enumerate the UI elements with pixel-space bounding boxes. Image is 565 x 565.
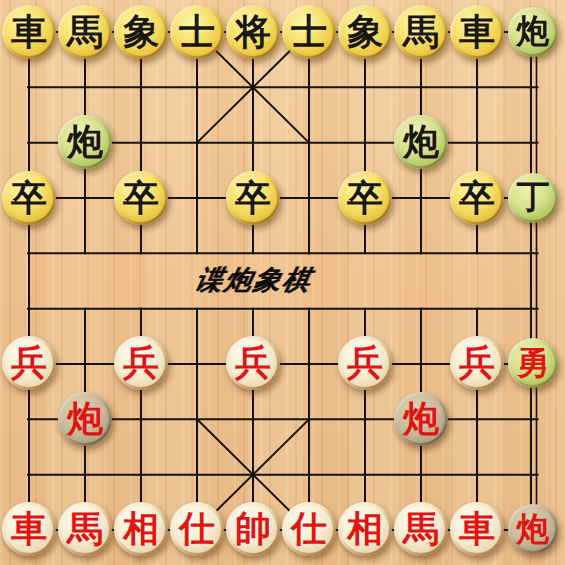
- piece-glyph: 馬: [67, 13, 103, 49]
- piece-face: 炮: [61, 395, 109, 443]
- piece-glyph: 象: [347, 13, 383, 49]
- piece-glyph: 兵: [459, 344, 495, 380]
- piece-glyph: 馬: [403, 13, 439, 49]
- piece-face: 仕: [173, 505, 221, 553]
- piece-glyph: 炮: [403, 400, 439, 436]
- piece-glyph: 卒: [347, 179, 383, 215]
- piece-glyph: 勇: [517, 346, 550, 379]
- piece-red-a10[interactable]: 車: [2, 502, 56, 556]
- piece-face: 卒: [341, 174, 389, 222]
- piece-black-c4[interactable]: 卒: [114, 171, 168, 225]
- piece-black-e1[interactable]: 将: [226, 5, 280, 59]
- piece-face: 兵: [5, 339, 53, 387]
- piece-glyph: 炮: [403, 123, 439, 159]
- piece-face: 卒: [453, 174, 501, 222]
- piece-face: 丁: [511, 176, 555, 220]
- piece-glyph: 相: [123, 510, 159, 546]
- piece-face: 馬: [61, 8, 109, 56]
- piece-face: 象: [341, 8, 389, 56]
- piece-face: 馬: [61, 505, 109, 553]
- piece-red-e10[interactable]: 帥: [226, 502, 280, 556]
- piece-black-h1[interactable]: 馬: [394, 5, 448, 59]
- piece-red-f10[interactable]: 仕: [282, 502, 336, 556]
- piece-face: 車: [453, 505, 501, 553]
- piece-face: 車: [453, 8, 501, 56]
- piece-face: 帥: [229, 505, 277, 553]
- piece-glyph: 車: [11, 13, 47, 49]
- piece-face: 相: [341, 505, 389, 553]
- piece-face: 勇: [511, 341, 555, 385]
- piece-black-e4[interactable]: 卒: [226, 171, 280, 225]
- piece-face: 象: [117, 8, 165, 56]
- piece-face: 炮: [397, 395, 445, 443]
- piece-black-d1[interactable]: 士: [170, 5, 224, 59]
- xiangqi-board: 谍炮象棋 車馬象士将士象馬車炮炮炮卒卒卒卒卒丁兵兵兵兵兵勇炮炮車馬相仕帥仕相馬車…: [0, 0, 565, 565]
- piece-glyph: 仕: [291, 510, 327, 546]
- piece-black-h3[interactable]: 炮: [394, 115, 448, 169]
- piece-glyph: 相: [347, 510, 383, 546]
- piece-black-j1[interactable]: 炮: [508, 7, 558, 57]
- piece-glyph: 炮: [67, 123, 103, 159]
- piece-glyph: 兵: [235, 344, 271, 380]
- piece-glyph: 兵: [123, 344, 159, 380]
- piece-glyph: 卒: [459, 179, 495, 215]
- piece-glyph: 馬: [403, 510, 439, 546]
- piece-red-a7[interactable]: 兵: [2, 336, 56, 390]
- piece-face: 馬: [397, 8, 445, 56]
- piece-glyph: 炮: [517, 512, 550, 545]
- piece-face: 兵: [341, 339, 389, 387]
- piece-black-j4[interactable]: 丁: [508, 173, 558, 223]
- piece-face: 車: [5, 505, 53, 553]
- piece-red-j10[interactable]: 炮: [508, 504, 558, 554]
- piece-red-b8[interactable]: 炮: [58, 392, 112, 446]
- piece-glyph: 炮: [517, 14, 550, 47]
- piece-glyph: 兵: [11, 344, 47, 380]
- piece-glyph: 将: [235, 13, 271, 49]
- piece-face: 炮: [397, 118, 445, 166]
- piece-red-h8[interactable]: 炮: [394, 392, 448, 446]
- board-grid[interactable]: 車馬象士将士象馬車炮炮炮卒卒卒卒卒丁兵兵兵兵兵勇炮炮車馬相仕帥仕相馬車炮: [1, 4, 561, 557]
- piece-black-c1[interactable]: 象: [114, 5, 168, 59]
- piece-glyph: 車: [459, 510, 495, 546]
- piece-face: 炮: [61, 118, 109, 166]
- piece-black-b3[interactable]: 炮: [58, 115, 112, 169]
- piece-black-i4[interactable]: 卒: [450, 171, 504, 225]
- piece-glyph: 士: [179, 13, 215, 49]
- piece-black-g1[interactable]: 象: [338, 5, 392, 59]
- piece-red-i10[interactable]: 車: [450, 502, 504, 556]
- piece-red-h10[interactable]: 馬: [394, 502, 448, 556]
- piece-face: 兵: [229, 339, 277, 387]
- piece-face: 兵: [117, 339, 165, 387]
- piece-face: 仕: [285, 505, 333, 553]
- piece-glyph: 車: [459, 13, 495, 49]
- piece-red-g7[interactable]: 兵: [338, 336, 392, 390]
- piece-face: 士: [285, 8, 333, 56]
- piece-red-i7[interactable]: 兵: [450, 336, 504, 390]
- piece-face: 兵: [453, 339, 501, 387]
- piece-black-g4[interactable]: 卒: [338, 171, 392, 225]
- piece-red-b10[interactable]: 馬: [58, 502, 112, 556]
- piece-face: 馬: [397, 505, 445, 553]
- piece-face: 卒: [229, 174, 277, 222]
- piece-red-e7[interactable]: 兵: [226, 336, 280, 390]
- piece-face: 炮: [511, 10, 555, 54]
- piece-glyph: 兵: [347, 344, 383, 380]
- piece-glyph: 象: [123, 13, 159, 49]
- piece-face: 士: [173, 8, 221, 56]
- piece-red-c7[interactable]: 兵: [114, 336, 168, 390]
- piece-glyph: 車: [11, 510, 47, 546]
- piece-face: 卒: [5, 174, 53, 222]
- piece-glyph: 仕: [179, 510, 215, 546]
- piece-glyph: 炮: [67, 400, 103, 436]
- piece-glyph: 帥: [235, 510, 271, 546]
- piece-black-b1[interactable]: 馬: [58, 5, 112, 59]
- piece-red-j7[interactable]: 勇: [508, 338, 558, 388]
- piece-glyph: 卒: [235, 179, 271, 215]
- piece-face: 車: [5, 8, 53, 56]
- piece-red-g10[interactable]: 相: [338, 502, 392, 556]
- piece-face: 将: [229, 8, 277, 56]
- piece-glyph: 士: [291, 13, 327, 49]
- piece-face: 卒: [117, 174, 165, 222]
- piece-face: 相: [117, 505, 165, 553]
- piece-black-a4[interactable]: 卒: [2, 171, 56, 225]
- piece-glyph: 丁: [517, 180, 550, 213]
- piece-glyph: 卒: [123, 179, 159, 215]
- piece-black-f1[interactable]: 士: [282, 5, 336, 59]
- piece-glyph: 卒: [11, 179, 47, 215]
- piece-red-c10[interactable]: 相: [114, 502, 168, 556]
- piece-glyph: 馬: [67, 510, 103, 546]
- piece-red-d10[interactable]: 仕: [170, 502, 224, 556]
- piece-face: 炮: [511, 507, 555, 551]
- piece-black-a1[interactable]: 車: [2, 5, 56, 59]
- piece-black-i1[interactable]: 車: [450, 5, 504, 59]
